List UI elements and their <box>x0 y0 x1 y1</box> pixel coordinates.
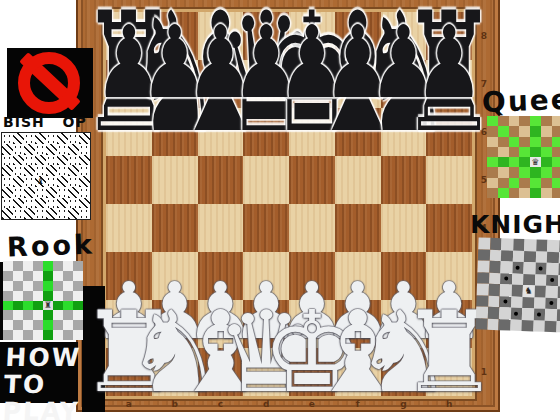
mini-square <box>53 301 63 311</box>
mini-square <box>530 178 541 188</box>
mini-square <box>530 147 541 157</box>
mini-square <box>476 306 488 318</box>
mini-square <box>519 167 530 177</box>
mini-square <box>35 133 46 144</box>
mini-square <box>519 147 530 157</box>
mini-square <box>3 310 13 320</box>
mini-square <box>509 126 520 136</box>
mini-square <box>530 137 541 147</box>
move-dot <box>539 266 543 270</box>
mini-square <box>523 262 535 274</box>
mini-square <box>511 285 523 297</box>
mini-square <box>533 308 545 320</box>
mini-square <box>24 208 35 219</box>
mini-square <box>524 251 536 263</box>
bishop-label: BISH OP <box>3 114 87 130</box>
rook-moves-diagram[interactable]: ♜ <box>3 261 83 340</box>
mini-square <box>487 167 498 177</box>
mini-square <box>523 274 535 286</box>
mini-square <box>24 144 35 155</box>
mini-square <box>490 238 502 250</box>
mini-square <box>545 297 557 309</box>
mini-square <box>541 167 552 177</box>
move-dot <box>504 277 508 281</box>
mini-square <box>13 208 24 219</box>
mini-square <box>541 126 552 136</box>
mini-square <box>546 274 558 286</box>
mini-square <box>73 271 83 281</box>
mini-square <box>63 330 73 340</box>
mini-square <box>13 133 24 144</box>
mini-square <box>23 320 33 330</box>
bishop-moves-diagram[interactable]: ♝ <box>1 132 91 220</box>
mini-square <box>500 273 512 285</box>
mini-square <box>546 286 558 298</box>
mini-square <box>509 167 520 177</box>
mini-square <box>530 167 541 177</box>
mini-square <box>13 176 24 187</box>
mini-square <box>2 133 13 144</box>
square-c4[interactable] <box>198 204 244 252</box>
mini-square <box>509 188 520 198</box>
mini-square <box>43 261 53 271</box>
mini-square <box>68 133 79 144</box>
knight-label: KNIGHT <box>470 210 560 239</box>
mini-square <box>498 126 509 136</box>
mini-square <box>33 310 43 320</box>
mini-square <box>510 319 522 331</box>
mini-square <box>79 144 90 155</box>
mini-square <box>541 116 552 126</box>
mini-square <box>13 144 24 155</box>
mini-square <box>512 250 524 262</box>
mini-square <box>2 208 13 219</box>
mini-square <box>43 281 53 291</box>
mini-square <box>57 187 68 198</box>
mini-square <box>57 176 68 187</box>
mini-square <box>63 291 73 301</box>
mini-square <box>73 281 83 291</box>
mini-square <box>3 301 13 311</box>
mini-square <box>79 165 90 176</box>
mini-square <box>63 301 73 311</box>
mini-square <box>519 126 530 136</box>
mini-square <box>536 239 548 251</box>
mini-square <box>63 320 73 330</box>
mini-square <box>23 330 33 340</box>
mini-square <box>57 165 68 176</box>
mini-square <box>535 262 547 274</box>
mini-square <box>530 126 541 136</box>
mini-square <box>498 157 509 167</box>
mini-square <box>23 291 33 301</box>
mini-square <box>35 208 46 219</box>
mini-square <box>487 137 498 147</box>
mini-square <box>24 155 35 166</box>
mini-square <box>510 308 522 320</box>
mini-square <box>488 284 500 296</box>
mini-square <box>530 188 541 198</box>
mini-square <box>2 155 13 166</box>
move-dot <box>514 311 518 315</box>
mini-square <box>522 296 534 308</box>
mini-square <box>487 157 498 167</box>
mini-square <box>509 137 520 147</box>
mini-square <box>476 295 488 307</box>
mini-square <box>24 133 35 144</box>
mini-square <box>13 330 23 340</box>
mini-square <box>498 178 509 188</box>
mini-square <box>477 272 489 284</box>
move-dot <box>503 300 507 304</box>
mini-square <box>13 281 23 291</box>
mini-square <box>544 320 556 332</box>
mini-square <box>23 261 33 271</box>
knight-mini-piece-icon: ♞ <box>524 286 532 295</box>
mini-square <box>53 291 63 301</box>
mini-square <box>512 273 524 285</box>
mini-square <box>489 272 501 284</box>
mini-square: ♝ <box>35 176 46 187</box>
mini-square <box>57 133 68 144</box>
mini-square <box>13 155 24 166</box>
mini-square <box>57 198 68 209</box>
rook-label: Rook <box>6 228 95 262</box>
how-to-play-label: HOW TO PLAY <box>2 344 84 420</box>
mini-square <box>521 319 533 331</box>
mini-square <box>46 155 57 166</box>
mini-square <box>73 291 83 301</box>
mini-square <box>73 320 83 330</box>
mini-square <box>33 330 43 340</box>
mini-square <box>53 281 63 291</box>
mini-square <box>46 133 57 144</box>
mini-square <box>23 301 33 311</box>
mini-square <box>552 157 560 167</box>
mini-square <box>68 165 79 176</box>
mini-square <box>533 320 545 332</box>
mini-square <box>519 157 530 167</box>
mini-square <box>541 178 552 188</box>
mini-square <box>68 176 79 187</box>
mini-square <box>13 187 24 198</box>
mini-square <box>534 297 546 309</box>
square-d4[interactable] <box>243 204 289 252</box>
mini-square <box>33 291 43 301</box>
mini-square <box>79 176 90 187</box>
mini-square <box>43 271 53 281</box>
mini-square <box>552 178 560 188</box>
square-f4[interactable] <box>335 204 381 252</box>
mini-square <box>46 176 57 187</box>
mini-square <box>524 239 536 251</box>
mini-square <box>53 320 63 330</box>
mini-square <box>489 249 501 261</box>
mini-square <box>57 208 68 219</box>
mini-square <box>530 116 541 126</box>
mini-square <box>541 137 552 147</box>
knight-moves-diagram[interactable]: ♞ <box>475 237 560 332</box>
mini-square <box>488 295 500 307</box>
mini-square <box>73 330 83 340</box>
mini-square <box>500 261 512 273</box>
mini-square <box>13 320 23 330</box>
mini-square <box>53 261 63 271</box>
mini-square <box>73 310 83 320</box>
how-to-play-button[interactable]: HOW TO PLAY <box>0 342 78 403</box>
mini-square <box>79 133 90 144</box>
mini-square <box>487 318 499 330</box>
mini-square <box>545 309 557 321</box>
mini-square <box>500 284 512 296</box>
mini-square <box>509 147 520 157</box>
mini-square <box>552 167 560 177</box>
mini-square <box>547 240 559 252</box>
mini-square <box>2 187 13 198</box>
mini-square <box>46 208 57 219</box>
mini-square <box>33 301 43 311</box>
mini-square <box>498 147 509 157</box>
mini-square <box>519 178 530 188</box>
mini-square <box>3 330 13 340</box>
mini-square <box>46 165 57 176</box>
mini-square <box>552 126 560 136</box>
mini-square <box>552 188 560 198</box>
mini-square <box>35 165 46 176</box>
mini-square <box>487 307 499 319</box>
mini-square <box>477 283 489 295</box>
mini-square <box>79 155 90 166</box>
square-g4[interactable] <box>381 204 427 252</box>
mini-square <box>43 310 53 320</box>
mini-square <box>13 271 23 281</box>
mini-square <box>13 291 23 301</box>
mini-square <box>487 178 498 188</box>
mini-square <box>499 307 511 319</box>
mini-square <box>24 198 35 209</box>
mini-square <box>487 188 498 198</box>
mini-square <box>33 271 43 281</box>
mini-square <box>33 320 43 330</box>
mini-square <box>478 237 490 249</box>
mini-square <box>57 155 68 166</box>
mini-square <box>547 251 559 263</box>
mini-square <box>68 187 79 198</box>
mini-square <box>489 261 501 273</box>
mini-square <box>512 262 524 274</box>
mini-square <box>487 126 498 136</box>
mini-square <box>23 281 33 291</box>
mini-square <box>541 188 552 198</box>
mini-square <box>73 301 83 311</box>
move-dot <box>537 312 541 316</box>
mini-square <box>541 157 552 167</box>
mini-square <box>519 137 530 147</box>
mini-square <box>511 296 523 308</box>
rook-mini-piece-icon: ♜ <box>44 301 52 310</box>
mini-square <box>3 271 13 281</box>
mini-square <box>53 330 63 340</box>
mini-square <box>541 147 552 157</box>
mini-square <box>546 263 558 275</box>
mini-square <box>509 178 520 188</box>
mini-square <box>552 116 560 126</box>
mini-square <box>63 281 73 291</box>
mini-square <box>46 198 57 209</box>
mini-square <box>68 198 79 209</box>
mini-square <box>73 261 83 271</box>
mini-square <box>68 155 79 166</box>
mini-square <box>519 188 530 198</box>
mini-square <box>509 157 520 167</box>
mini-square <box>24 176 35 187</box>
mini-square: ♛ <box>530 157 541 167</box>
mini-square <box>13 198 24 209</box>
mini-square: ♞ <box>523 285 535 297</box>
mini-square <box>3 291 13 301</box>
mini-square <box>68 208 79 219</box>
mini-square <box>522 308 534 320</box>
mini-square <box>477 260 489 272</box>
move-dot <box>516 265 520 269</box>
move-dot <box>549 301 553 305</box>
mini-square <box>13 261 23 271</box>
square-b4[interactable] <box>152 204 198 252</box>
mini-square <box>43 330 53 340</box>
mini-square <box>53 310 63 320</box>
mini-square <box>552 137 560 147</box>
mini-square <box>2 144 13 155</box>
mini-square <box>79 198 90 209</box>
mini-square <box>35 144 46 155</box>
mini-square <box>498 188 509 198</box>
square-h4[interactable] <box>426 204 472 252</box>
mini-square <box>33 281 43 291</box>
mini-square <box>23 271 33 281</box>
mini-square <box>499 296 511 308</box>
mini-square <box>57 144 68 155</box>
mini-square <box>43 320 53 330</box>
mini-square <box>556 321 560 333</box>
mini-square <box>2 176 13 187</box>
mini-square <box>475 318 487 330</box>
bishop-mini-piece-icon: ♝ <box>36 177 44 186</box>
square-a4[interactable] <box>106 204 152 252</box>
mini-square <box>79 208 90 219</box>
mini-square <box>552 147 560 157</box>
mini-square <box>68 144 79 155</box>
mini-square <box>33 261 43 271</box>
mini-square <box>53 271 63 281</box>
mini-square <box>35 187 46 198</box>
move-dot <box>550 278 554 282</box>
mini-square <box>79 187 90 198</box>
square-e4[interactable] <box>289 204 335 252</box>
mini-square <box>498 319 510 331</box>
mini-square <box>534 274 546 286</box>
mini-square <box>23 310 33 320</box>
mini-square <box>24 165 35 176</box>
mini-square <box>501 238 513 250</box>
mini-square <box>534 285 546 297</box>
mini-square <box>63 261 73 271</box>
mini-square <box>35 198 46 209</box>
mini-square <box>513 239 525 251</box>
piece-black-pawn-h7[interactable]: ♟ <box>414 12 484 112</box>
mini-square <box>63 271 73 281</box>
no-sign-panel[interactable] <box>7 48 93 118</box>
mini-square <box>535 251 547 263</box>
mini-square <box>3 281 13 291</box>
mini-square <box>13 310 23 320</box>
mini-square <box>487 147 498 157</box>
queen-moves-diagram[interactable]: ♛ <box>487 116 560 198</box>
mini-square <box>478 249 490 261</box>
queen-label: Queen <box>481 82 560 119</box>
mini-square <box>13 301 23 311</box>
mini-square <box>498 137 509 147</box>
mini-square <box>35 155 46 166</box>
mini-square <box>13 165 24 176</box>
mini-square: ♜ <box>43 301 53 311</box>
chess-app-stage: abcdefgh12345678 ♜♞♝♛♚♝♞♜♟♟♟♟♟♟♟♟♟♟♟♟♟♟♟… <box>0 0 560 420</box>
mini-square <box>556 309 560 321</box>
mini-square <box>501 250 513 262</box>
mini-square <box>46 187 57 198</box>
mini-square <box>24 187 35 198</box>
no-circle-icon <box>18 52 80 114</box>
mini-square <box>2 198 13 209</box>
mini-square <box>498 167 509 177</box>
mini-square <box>63 310 73 320</box>
mini-square <box>2 165 13 176</box>
mini-square <box>46 144 57 155</box>
queen-mini-piece-icon: ♛ <box>531 158 539 167</box>
mini-square <box>3 320 13 330</box>
